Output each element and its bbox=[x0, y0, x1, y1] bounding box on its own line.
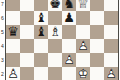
square-g2[interactable] bbox=[90, 67, 104, 80]
square-d2[interactable] bbox=[48, 67, 62, 80]
piece-black-bishop: ♝ bbox=[34, 11, 48, 25]
square-d3[interactable] bbox=[48, 53, 62, 67]
square-c2[interactable] bbox=[34, 67, 48, 80]
piece-white-pawn: ♙ bbox=[104, 67, 118, 80]
square-h7[interactable] bbox=[104, 0, 118, 11]
square-c4[interactable] bbox=[34, 39, 48, 53]
square-h2[interactable]: ♟♙ bbox=[104, 67, 118, 80]
square-e4[interactable] bbox=[62, 39, 76, 53]
square-f6[interactable] bbox=[76, 11, 90, 25]
square-h6[interactable] bbox=[104, 11, 118, 25]
square-a2[interactable]: ♟♙ bbox=[6, 67, 20, 80]
square-e3[interactable]: ♟♙ bbox=[62, 53, 76, 67]
square-a7[interactable] bbox=[6, 0, 20, 11]
piece-white-pawn: ♙ bbox=[62, 53, 76, 67]
square-b2[interactable] bbox=[20, 67, 34, 80]
square-g6[interactable] bbox=[90, 11, 104, 25]
square-a6[interactable] bbox=[6, 11, 20, 25]
square-f3[interactable] bbox=[76, 53, 90, 67]
square-e6[interactable]: ♟ bbox=[62, 11, 76, 25]
square-e5[interactable] bbox=[62, 25, 76, 39]
square-d6[interactable] bbox=[48, 11, 62, 25]
piece-white-queen: ♕ bbox=[76, 0, 90, 11]
square-f5[interactable] bbox=[76, 25, 90, 39]
square-d5[interactable]: ♝♗ bbox=[48, 25, 62, 39]
square-c5[interactable]: ♝ bbox=[34, 25, 48, 39]
square-g7[interactable] bbox=[90, 0, 104, 11]
square-b5[interactable] bbox=[20, 25, 34, 39]
square-h4[interactable] bbox=[104, 39, 118, 53]
piece-white-pawn: ♙ bbox=[6, 67, 20, 80]
square-b6[interactable] bbox=[20, 11, 34, 25]
piece-white-king: ♔ bbox=[76, 67, 90, 80]
square-f7[interactable]: ♛♕ bbox=[76, 0, 90, 11]
board-right-border bbox=[118, 0, 119, 80]
square-h3[interactable] bbox=[104, 53, 118, 67]
chess-diagram: 765432 ♚♞♛♕♝♟♛♝♝♗♟♙♟♙♟♙♚♔♟♙ bbox=[0, 0, 120, 80]
square-h5[interactable] bbox=[104, 25, 118, 39]
square-b7[interactable] bbox=[20, 0, 34, 11]
square-e2[interactable] bbox=[62, 67, 76, 80]
square-c6[interactable]: ♝ bbox=[34, 11, 48, 25]
square-d7[interactable]: ♚ bbox=[48, 0, 62, 11]
square-f2[interactable]: ♚♔ bbox=[76, 67, 90, 80]
piece-black-bishop: ♝ bbox=[34, 25, 48, 39]
square-g5[interactable] bbox=[90, 25, 104, 39]
square-a5[interactable]: ♛ bbox=[6, 25, 20, 39]
piece-black-queen: ♛ bbox=[6, 25, 20, 39]
square-f4[interactable]: ♟♙ bbox=[76, 39, 90, 53]
piece-white-pawn: ♙ bbox=[76, 39, 90, 53]
square-a3[interactable] bbox=[6, 53, 20, 67]
piece-black-pawn: ♟ bbox=[62, 11, 76, 25]
chess-board: ♚♞♛♕♝♟♛♝♝♗♟♙♟♙♟♙♚♔♟♙ bbox=[6, 0, 118, 80]
square-b4[interactable] bbox=[20, 39, 34, 53]
square-g4[interactable] bbox=[90, 39, 104, 53]
square-a4[interactable] bbox=[6, 39, 20, 53]
square-g3[interactable] bbox=[90, 53, 104, 67]
square-d4[interactable] bbox=[48, 39, 62, 53]
square-b3[interactable] bbox=[20, 53, 34, 67]
piece-white-bishop: ♗ bbox=[48, 25, 62, 39]
square-c3[interactable] bbox=[34, 53, 48, 67]
piece-black-king: ♚ bbox=[48, 0, 62, 11]
